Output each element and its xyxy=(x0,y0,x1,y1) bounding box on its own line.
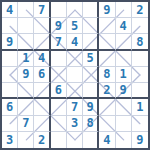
cell-r9c9[interactable]: 9 xyxy=(132,132,148,148)
cell-r7c9[interactable]: 1 xyxy=(132,99,148,115)
cell-r6c6[interactable] xyxy=(83,83,99,99)
cell-r7c8[interactable] xyxy=(116,99,132,115)
cell-r9c6[interactable] xyxy=(83,132,99,148)
sudoku-board: 47929549748145968162967917383249 xyxy=(0,0,150,150)
cell-r1c9[interactable]: 2 xyxy=(132,2,148,18)
cell-r4c2[interactable]: 1 xyxy=(18,51,34,67)
given-digit: 2 xyxy=(38,134,45,146)
cell-r4c6[interactable]: 5 xyxy=(83,51,99,67)
cell-r1c7[interactable]: 9 xyxy=(99,2,115,18)
cell-r9c3[interactable]: 2 xyxy=(34,132,50,148)
cell-r6c8[interactable]: 9 xyxy=(116,83,132,99)
cell-r6c1[interactable] xyxy=(2,83,18,99)
cell-r7c2[interactable] xyxy=(18,99,34,115)
cell-r4c1[interactable] xyxy=(2,51,18,67)
cell-r5c6[interactable] xyxy=(83,67,99,83)
cell-r4c8[interactable] xyxy=(116,51,132,67)
given-digit: 7 xyxy=(22,117,29,129)
cell-r4c9[interactable] xyxy=(132,51,148,67)
given-digit: 9 xyxy=(55,20,62,32)
cell-r3c7[interactable] xyxy=(99,34,115,50)
given-digit: 9 xyxy=(120,84,127,96)
cell-r3c3[interactable] xyxy=(34,34,50,50)
cell-r8c9[interactable] xyxy=(132,116,148,132)
given-digit: 5 xyxy=(71,20,78,32)
given-digit: 1 xyxy=(22,52,29,64)
given-digit: 9 xyxy=(136,134,143,146)
cell-r3c4[interactable]: 7 xyxy=(51,34,67,50)
cell-r2c8[interactable]: 4 xyxy=(116,18,132,34)
cell-r6c5[interactable] xyxy=(67,83,83,99)
cell-r3c1[interactable]: 9 xyxy=(2,34,18,50)
cell-r8c1[interactable] xyxy=(2,116,18,132)
cell-r3c8[interactable] xyxy=(116,34,132,50)
given-digit: 9 xyxy=(22,68,29,80)
cell-r4c3[interactable]: 4 xyxy=(34,51,50,67)
cell-r2c4[interactable]: 9 xyxy=(51,18,67,34)
cell-r5c8[interactable]: 1 xyxy=(116,67,132,83)
cell-r5c2[interactable]: 9 xyxy=(18,67,34,83)
cell-r3c6[interactable] xyxy=(83,34,99,50)
cell-r7c6[interactable]: 9 xyxy=(83,99,99,115)
cell-r8c3[interactable] xyxy=(34,116,50,132)
cell-r9c8[interactable] xyxy=(116,132,132,148)
cell-r9c4[interactable] xyxy=(51,132,67,148)
cell-r2c1[interactable] xyxy=(2,18,18,34)
cell-r3c9[interactable]: 8 xyxy=(132,34,148,50)
cell-r8c4[interactable] xyxy=(51,116,67,132)
cell-r9c1[interactable]: 3 xyxy=(2,132,18,148)
given-digit: 7 xyxy=(38,4,45,16)
cell-r3c5[interactable]: 4 xyxy=(67,34,83,50)
cell-r7c4[interactable] xyxy=(51,99,67,115)
cell-r2c3[interactable] xyxy=(34,18,50,34)
cell-r8c6[interactable]: 8 xyxy=(83,116,99,132)
cell-r6c2[interactable] xyxy=(18,83,34,99)
given-digit: 4 xyxy=(6,4,13,16)
cell-r5c7[interactable]: 8 xyxy=(99,67,115,83)
cell-r1c6[interactable] xyxy=(83,2,99,18)
sudoku-grid: 47929549748145968162967917383249 xyxy=(2,2,148,148)
cell-r7c7[interactable] xyxy=(99,99,115,115)
given-digit: 5 xyxy=(87,52,94,64)
cell-r3c2[interactable] xyxy=(18,34,34,50)
cell-r6c7[interactable]: 2 xyxy=(99,83,115,99)
given-digit: 2 xyxy=(136,4,143,16)
given-digit: 9 xyxy=(103,4,110,16)
given-digit: 4 xyxy=(38,52,45,64)
cell-r7c5[interactable]: 7 xyxy=(67,99,83,115)
cell-r8c7[interactable] xyxy=(99,116,115,132)
cell-r5c4[interactable] xyxy=(51,67,67,83)
cell-r6c3[interactable] xyxy=(34,83,50,99)
given-digit: 1 xyxy=(136,101,143,113)
cell-r9c2[interactable] xyxy=(18,132,34,148)
given-digit: 4 xyxy=(120,20,127,32)
cell-r1c5[interactable] xyxy=(67,2,83,18)
cell-r2c7[interactable] xyxy=(99,18,115,34)
cell-r5c9[interactable] xyxy=(132,67,148,83)
given-digit: 7 xyxy=(71,101,78,113)
cell-r8c2[interactable]: 7 xyxy=(18,116,34,132)
given-digit: 2 xyxy=(103,84,110,96)
cell-r6c9[interactable] xyxy=(132,83,148,99)
cell-r4c4[interactable] xyxy=(51,51,67,67)
cell-r1c1[interactable]: 4 xyxy=(2,2,18,18)
cell-r1c4[interactable] xyxy=(51,2,67,18)
cell-r9c5[interactable] xyxy=(67,132,83,148)
cell-r1c3[interactable]: 7 xyxy=(34,2,50,18)
cell-r4c7[interactable] xyxy=(99,51,115,67)
given-digit: 6 xyxy=(6,101,13,113)
cell-r2c2[interactable] xyxy=(18,18,34,34)
given-digit: 4 xyxy=(103,134,110,146)
given-digit: 9 xyxy=(87,101,94,113)
cell-r1c2[interactable] xyxy=(18,2,34,18)
given-digit: 3 xyxy=(6,134,13,146)
cell-r2c9[interactable] xyxy=(132,18,148,34)
given-digit: 7 xyxy=(55,36,62,48)
given-digit: 3 xyxy=(71,117,78,129)
cell-r9c7[interactable]: 4 xyxy=(99,132,115,148)
given-digit: 8 xyxy=(103,68,110,80)
cell-r4c5[interactable] xyxy=(67,51,83,67)
given-digit: 6 xyxy=(38,68,45,80)
given-digit: 6 xyxy=(55,84,62,96)
cell-r1c8[interactable] xyxy=(116,2,132,18)
cell-r5c5[interactable] xyxy=(67,67,83,83)
cell-r5c3[interactable]: 6 xyxy=(34,67,50,83)
cell-r7c1[interactable]: 6 xyxy=(2,99,18,115)
given-digit: 9 xyxy=(6,36,13,48)
cell-r6c4[interactable]: 6 xyxy=(51,83,67,99)
given-digit: 4 xyxy=(71,36,78,48)
cell-r5c1[interactable] xyxy=(2,67,18,83)
cell-r2c5[interactable]: 5 xyxy=(67,18,83,34)
cell-r8c8[interactable] xyxy=(116,116,132,132)
cell-r8c5[interactable]: 3 xyxy=(67,116,83,132)
cell-r2c6[interactable] xyxy=(83,18,99,34)
given-digit: 8 xyxy=(136,36,143,48)
given-digit: 1 xyxy=(120,68,127,80)
cell-r7c3[interactable] xyxy=(34,99,50,115)
given-digit: 8 xyxy=(87,117,94,129)
